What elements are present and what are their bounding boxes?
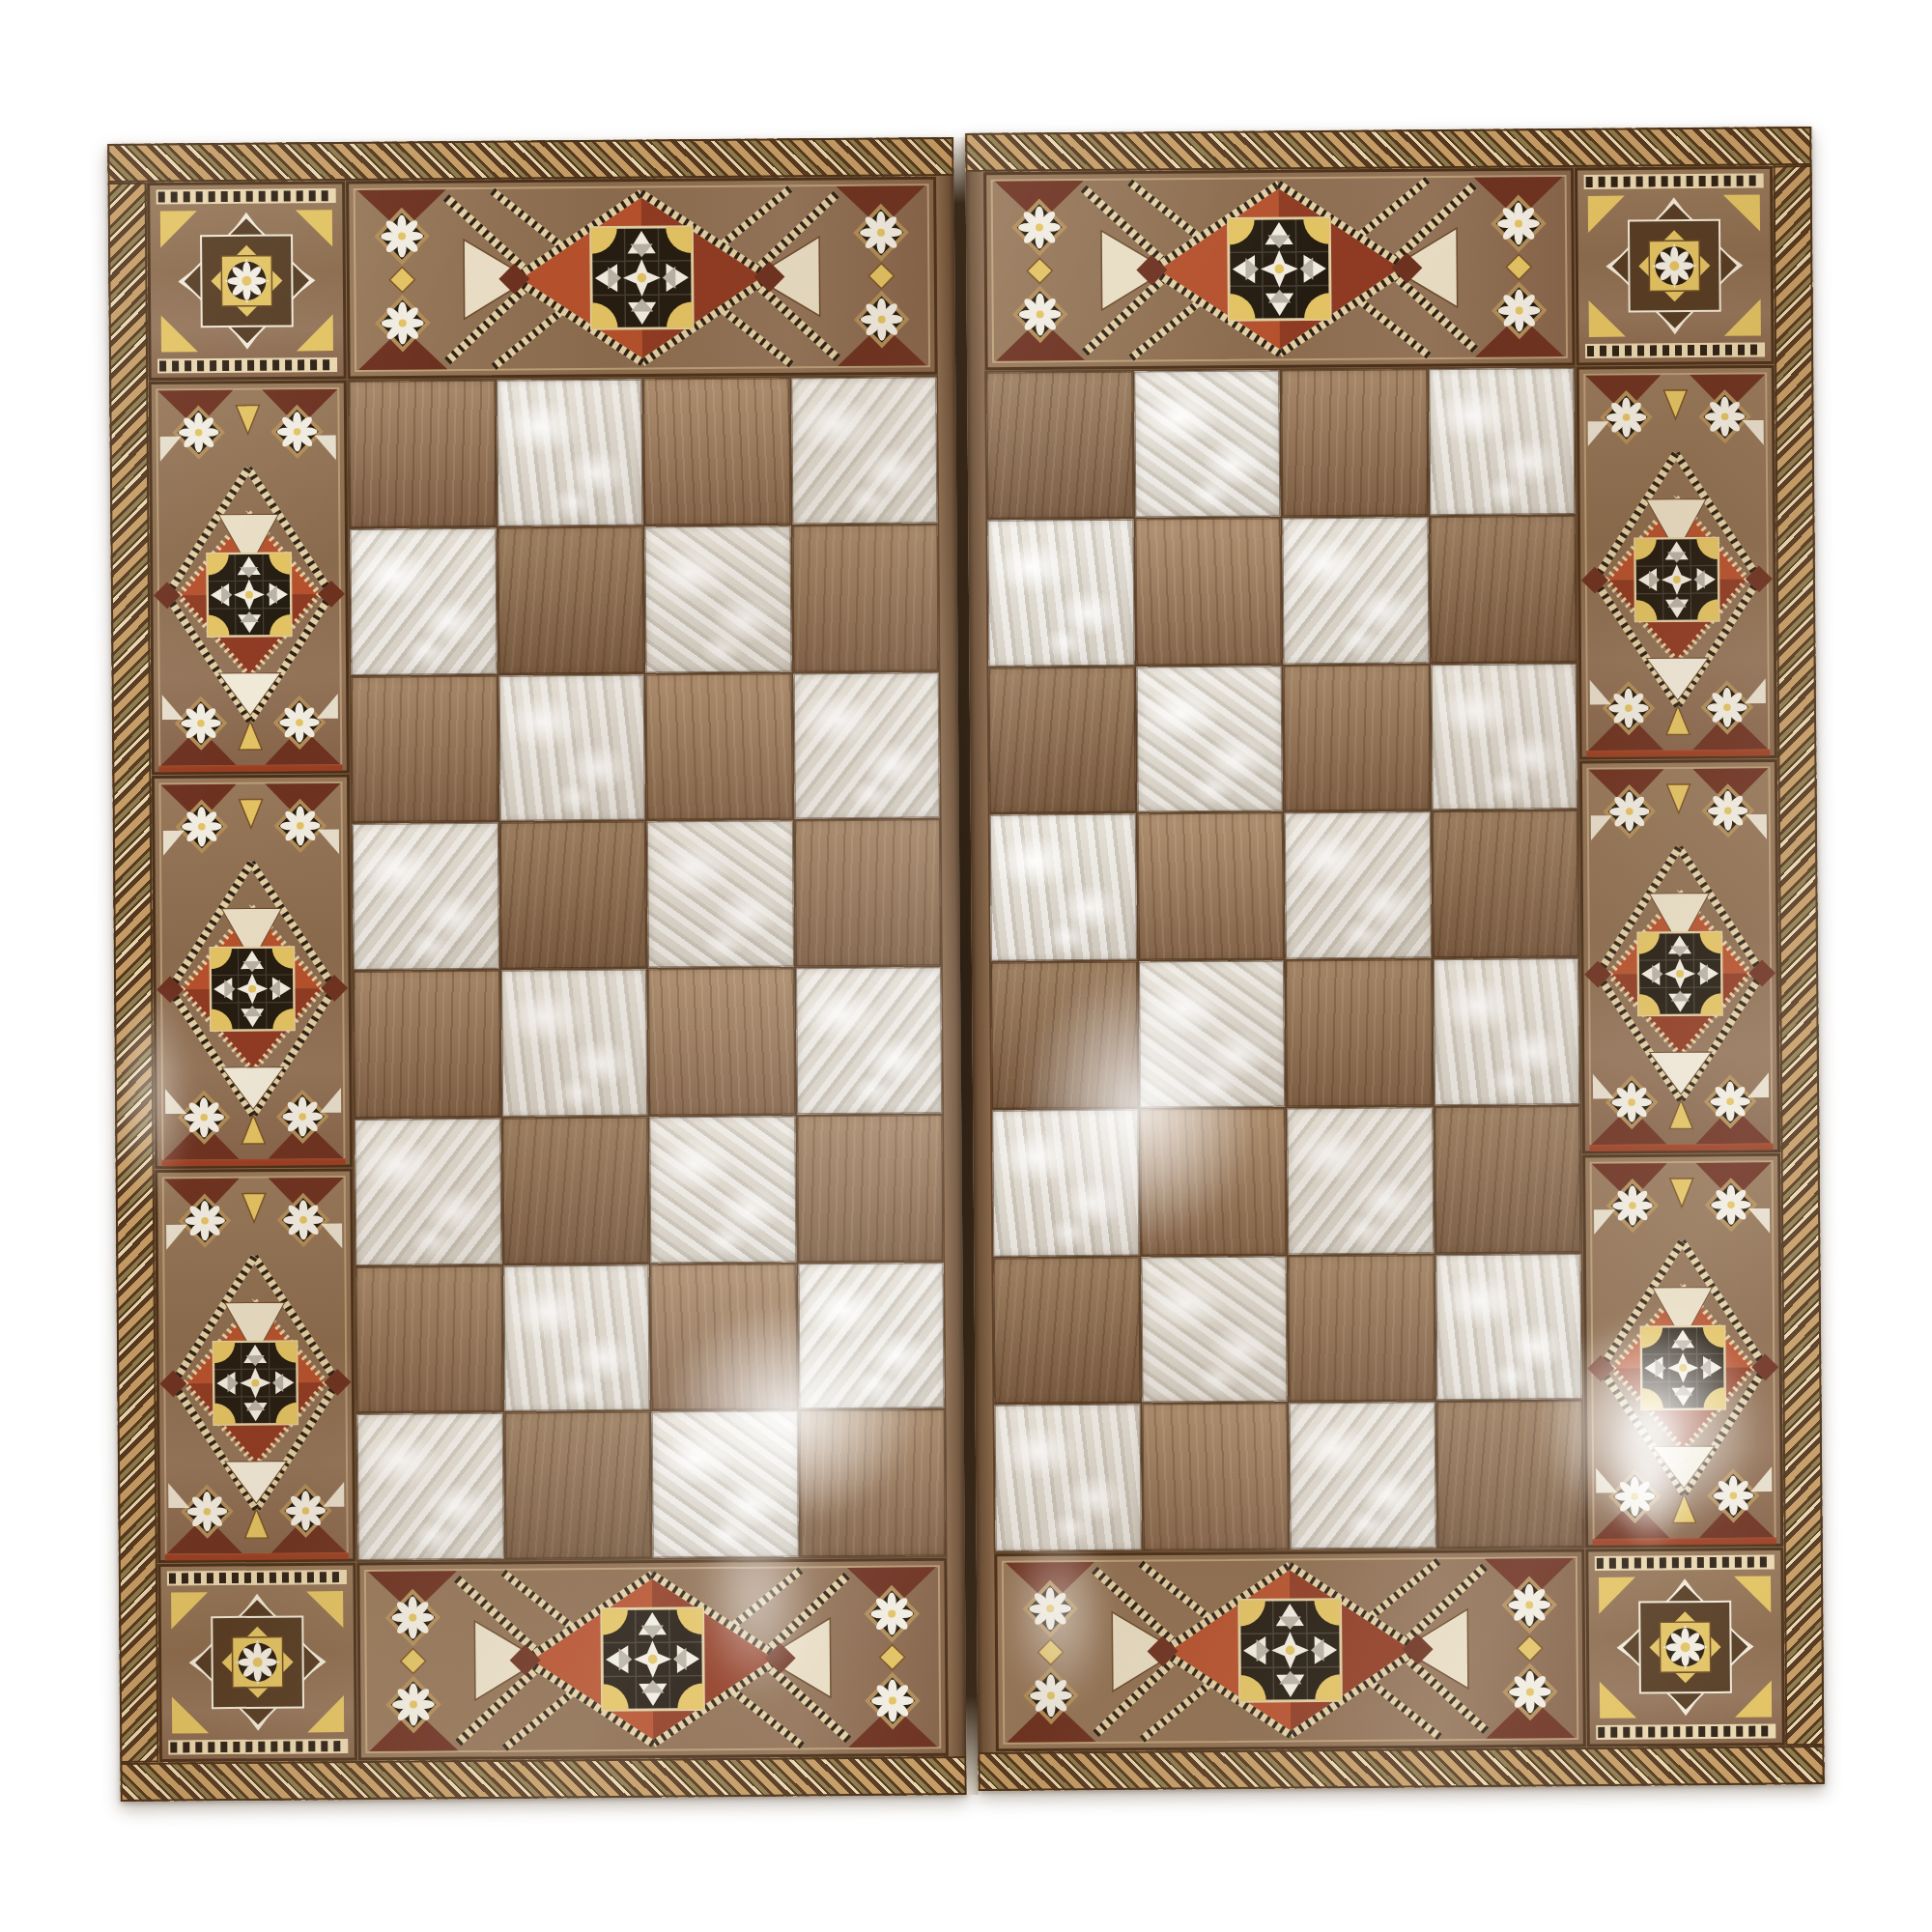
square-c1[interactable] (652, 1411, 799, 1558)
square-f5[interactable] (1137, 813, 1284, 960)
checkerboard-left-half (347, 375, 948, 1562)
square-e4[interactable] (991, 962, 1138, 1109)
square-e5[interactable] (990, 814, 1137, 961)
square-h3[interactable] (1435, 1106, 1581, 1253)
square-e1[interactable] (995, 1405, 1142, 1551)
square-a7[interactable] (350, 528, 497, 675)
square-g3[interactable] (1287, 1107, 1434, 1254)
square-g1[interactable] (1290, 1402, 1436, 1548)
square-g7[interactable] (1282, 517, 1429, 664)
square-e6[interactable] (989, 667, 1136, 813)
board-right-half (965, 127, 1824, 1791)
square-e8[interactable] (986, 372, 1133, 519)
square-g2[interactable] (1288, 1255, 1435, 1402)
square-c8[interactable] (643, 378, 790, 525)
square-e2[interactable] (993, 1257, 1140, 1404)
square-c7[interactable] (644, 526, 791, 672)
square-g5[interactable] (1285, 811, 1432, 958)
checkerboard-right-half (984, 366, 1585, 1553)
corner-star-tile-top-right (1575, 165, 1776, 366)
rope-border-top-right-half (965, 127, 1811, 172)
square-d7[interactable] (792, 525, 939, 671)
square-f4[interactable] (1138, 960, 1285, 1107)
square-b3[interactable] (502, 1117, 649, 1264)
medallion-panel-bottom-left (356, 1557, 950, 1761)
square-d5[interactable] (794, 819, 941, 966)
medallion-panel-top-right (983, 167, 1577, 371)
corner-star-tile-bottom-right (1585, 1547, 1786, 1747)
hinge-edge-strip (977, 1553, 996, 1752)
square-e3[interactable] (992, 1109, 1139, 1256)
square-f3[interactable] (1140, 1108, 1287, 1255)
square-g4[interactable] (1286, 959, 1433, 1106)
square-h1[interactable] (1436, 1401, 1583, 1548)
square-h8[interactable] (1429, 368, 1576, 515)
rope-border-top-left-half (107, 137, 953, 183)
square-h6[interactable] (1431, 664, 1577, 810)
square-f8[interactable] (1134, 370, 1281, 517)
square-b7[interactable] (497, 526, 644, 673)
square-a8[interactable] (349, 381, 496, 527)
medallion-panel-bottom-right (994, 1548, 1587, 1752)
photo-background (0, 0, 1932, 1932)
board-left-half (107, 137, 966, 1802)
hinge-edge-strip (966, 172, 985, 371)
square-b6[interactable] (498, 674, 645, 821)
side-band-right (1576, 364, 1784, 1548)
square-c3[interactable] (649, 1116, 796, 1263)
square-a4[interactable] (354, 971, 500, 1118)
hinge-edge-strip (948, 1557, 967, 1756)
square-d2[interactable] (798, 1263, 945, 1409)
square-f7[interactable] (1135, 518, 1282, 665)
square-f1[interactable] (1142, 1404, 1289, 1550)
square-d8[interactable] (791, 377, 938, 524)
square-d6[interactable] (793, 672, 940, 819)
square-g6[interactable] (1284, 665, 1431, 811)
square-h4[interactable] (1433, 958, 1579, 1105)
side-band-left (148, 380, 356, 1564)
square-d3[interactable] (797, 1115, 944, 1262)
rope-border-bottom-left-half (120, 1756, 966, 1802)
square-a1[interactable] (357, 1413, 504, 1560)
square-h5[interactable] (1432, 810, 1578, 957)
square-b5[interactable] (499, 822, 646, 969)
square-c5[interactable] (647, 821, 794, 968)
square-c4[interactable] (648, 968, 795, 1115)
square-d1[interactable] (799, 1409, 946, 1556)
square-b8[interactable] (497, 380, 643, 526)
square-b1[interactable] (504, 1412, 651, 1559)
square-a2[interactable] (355, 1265, 502, 1412)
square-b4[interactable] (501, 970, 648, 1117)
square-b2[interactable] (503, 1264, 650, 1411)
square-d4[interactable] (796, 967, 943, 1114)
square-a5[interactable] (353, 823, 499, 970)
rope-border-bottom-right-half (978, 1746, 1824, 1791)
hinge-edge-strip (937, 176, 956, 375)
square-h2[interactable] (1435, 1254, 1582, 1401)
square-c2[interactable] (650, 1264, 797, 1410)
square-h7[interactable] (1430, 516, 1577, 663)
square-a6[interactable] (352, 675, 498, 822)
square-f2[interactable] (1141, 1256, 1288, 1403)
square-e7[interactable] (987, 519, 1134, 666)
corner-star-tile-bottom-left (157, 1562, 358, 1763)
square-f6[interactable] (1136, 666, 1283, 812)
game-board (107, 130, 1824, 1802)
square-g8[interactable] (1281, 369, 1428, 516)
square-a3[interactable] (355, 1119, 501, 1265)
square-c6[interactable] (646, 673, 793, 820)
medallion-panel-top-left (346, 176, 939, 380)
corner-star-tile-top-left (147, 181, 348, 382)
